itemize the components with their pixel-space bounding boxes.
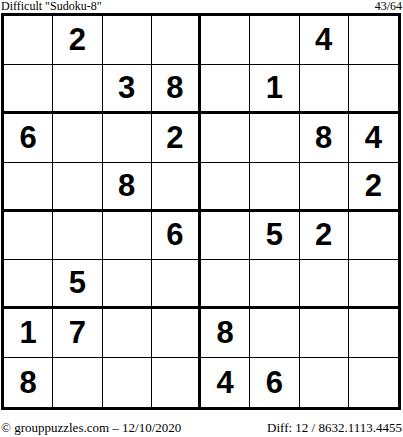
cell-r8c3[interactable]: [103, 358, 152, 407]
cell-r5c6[interactable]: 5: [250, 212, 299, 261]
cell-r6c2[interactable]: 5: [53, 260, 102, 309]
cell-r8c5[interactable]: 4: [201, 358, 250, 407]
difficulty-rating: Diff: 12 / 8632.1113.4455: [267, 420, 403, 435]
cell-r8c4[interactable]: [152, 358, 201, 407]
cell-r2c7[interactable]: [300, 65, 349, 114]
cell-r1c7[interactable]: 4: [300, 16, 349, 65]
cell-r6c6[interactable]: [250, 260, 299, 309]
cell-r6c7[interactable]: [300, 260, 349, 309]
cell-r8c2[interactable]: [53, 358, 102, 407]
cell-r5c4[interactable]: 6: [152, 212, 201, 261]
cell-r3c7[interactable]: 8: [300, 114, 349, 163]
cell-r1c8[interactable]: [349, 16, 398, 65]
cell-r3c2[interactable]: [53, 114, 102, 163]
cell-r1c5[interactable]: [201, 16, 250, 65]
cell-r2c8[interactable]: [349, 65, 398, 114]
cell-r7c7[interactable]: [300, 309, 349, 358]
cell-r7c6[interactable]: [250, 309, 299, 358]
cell-r6c3[interactable]: [103, 260, 152, 309]
cell-r2c6[interactable]: 1: [250, 65, 299, 114]
cell-r1c4[interactable]: [152, 16, 201, 65]
cell-r5c1[interactable]: [4, 212, 53, 261]
cell-r1c1[interactable]: [4, 16, 53, 65]
cell-r2c2[interactable]: [53, 65, 102, 114]
cell-r7c8[interactable]: [349, 309, 398, 358]
cell-r4c7[interactable]: [300, 163, 349, 212]
cell-r7c4[interactable]: [152, 309, 201, 358]
cell-r5c2[interactable]: [53, 212, 102, 261]
cell-r5c3[interactable]: [103, 212, 152, 261]
header: Difficult "Sudoku-8" 43/64: [0, 0, 403, 13]
cell-r7c2[interactable]: 7: [53, 309, 102, 358]
cell-r8c6[interactable]: 6: [250, 358, 299, 407]
cell-r8c8[interactable]: [349, 358, 398, 407]
cell-r2c4[interactable]: 8: [152, 65, 201, 114]
cell-r8c7[interactable]: [300, 358, 349, 407]
puzzle-title: Difficult "Sudoku-8": [0, 0, 102, 12]
cell-r4c1[interactable]: [4, 163, 53, 212]
cell-r7c5[interactable]: 8: [201, 309, 250, 358]
footer: © grouppuzzles.com – 12/10/2020 Diff: 12…: [0, 420, 403, 435]
cell-r4c3[interactable]: 8: [103, 163, 152, 212]
cell-r3c3[interactable]: [103, 114, 152, 163]
cell-r6c4[interactable]: [152, 260, 201, 309]
cell-r6c1[interactable]: [4, 260, 53, 309]
cell-r6c8[interactable]: [349, 260, 398, 309]
cell-r5c8[interactable]: [349, 212, 398, 261]
cell-r3c5[interactable]: [201, 114, 250, 163]
cell-r1c6[interactable]: [250, 16, 299, 65]
cell-r6c5[interactable]: [201, 260, 250, 309]
cell-r2c5[interactable]: [201, 65, 250, 114]
cell-r1c3[interactable]: [103, 16, 152, 65]
cell-r3c4[interactable]: 2: [152, 114, 201, 163]
cell-r7c1[interactable]: 1: [4, 309, 53, 358]
copyright-text: © grouppuzzles.com – 12/10/2020: [0, 420, 181, 435]
cell-r3c8[interactable]: 4: [349, 114, 398, 163]
sudoku-grid: 243816284826525178846: [1, 13, 401, 410]
empty-cell-counter: 43/64: [375, 0, 403, 12]
cell-r4c5[interactable]: [201, 163, 250, 212]
cell-r4c2[interactable]: [53, 163, 102, 212]
cell-r3c6[interactable]: [250, 114, 299, 163]
cell-r5c5[interactable]: [201, 212, 250, 261]
cell-r2c1[interactable]: [4, 65, 53, 114]
cell-r4c6[interactable]: [250, 163, 299, 212]
cell-r4c8[interactable]: 2: [349, 163, 398, 212]
cell-r4c4[interactable]: [152, 163, 201, 212]
cell-r3c1[interactable]: 6: [4, 114, 53, 163]
cell-r8c1[interactable]: 8: [4, 358, 53, 407]
cell-r2c3[interactable]: 3: [103, 65, 152, 114]
cell-r5c7[interactable]: 2: [300, 212, 349, 261]
cell-r7c3[interactable]: [103, 309, 152, 358]
cell-r1c2[interactable]: 2: [53, 16, 102, 65]
